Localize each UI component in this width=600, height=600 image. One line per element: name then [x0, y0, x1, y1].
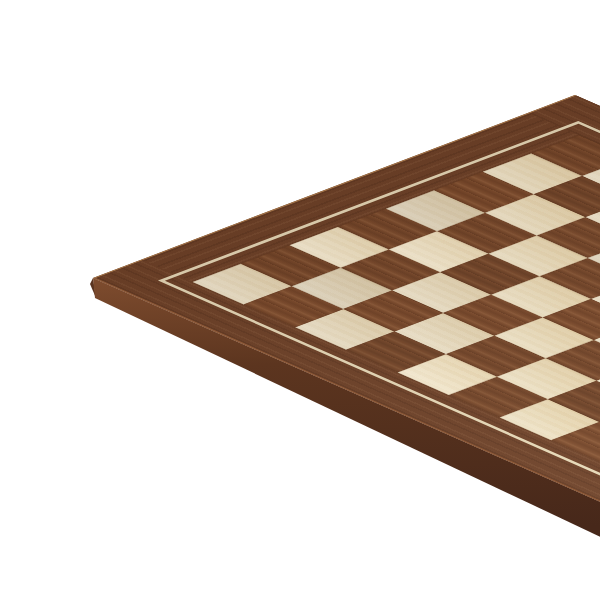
photo-scene: [0, 0, 600, 600]
